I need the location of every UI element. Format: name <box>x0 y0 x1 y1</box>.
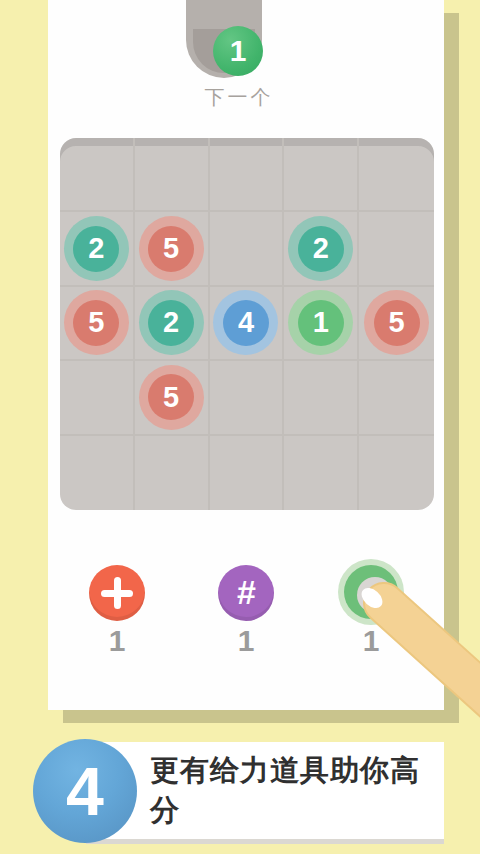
board-cell-tile[interactable]: 4 <box>210 287 285 361</box>
board-cell-empty[interactable] <box>284 361 359 435</box>
board-cell-empty[interactable] <box>135 138 210 212</box>
tile-number: 4 <box>223 300 269 346</box>
board-cell-tile[interactable]: 5 <box>135 361 210 435</box>
board-cell-tile[interactable]: 2 <box>60 212 135 286</box>
board-cell-empty[interactable] <box>359 436 434 510</box>
board-cell-empty[interactable] <box>284 436 359 510</box>
tile-halo: 5 <box>64 290 129 355</box>
tutorial-banner-text: 更有给力道具助你高分 <box>150 751 444 831</box>
tutorial-step-number: 4 <box>66 752 104 830</box>
tile-halo: 2 <box>139 290 204 355</box>
tile-halo: 5 <box>139 216 204 281</box>
next-piece-ball: 1 <box>213 26 263 76</box>
tutorial-step-badge: 4 <box>33 739 137 843</box>
board-cell-empty[interactable] <box>210 212 285 286</box>
board-cell-empty[interactable] <box>60 138 135 212</box>
hash-icon: # <box>237 573 256 614</box>
plus-icon <box>101 577 133 609</box>
powerup-hash-count: 1 <box>206 624 286 658</box>
board-cell-empty[interactable] <box>210 138 285 212</box>
board-cell-tile[interactable]: 2 <box>284 212 359 286</box>
tile-number: 5 <box>148 226 194 272</box>
board-cell-empty[interactable] <box>135 436 210 510</box>
board-cell-tile[interactable]: 5 <box>135 212 210 286</box>
board-cell-tile[interactable]: 1 <box>284 287 359 361</box>
tile-halo: 5 <box>139 365 204 430</box>
tile-number: 2 <box>298 226 344 272</box>
tile-halo: 4 <box>213 290 278 355</box>
tile-halo: 2 <box>288 216 353 281</box>
tile-number: 1 <box>298 300 344 346</box>
board-grid: 252524155 <box>60 138 434 510</box>
board-cell-empty[interactable] <box>60 361 135 435</box>
tile-number: 2 <box>73 226 119 272</box>
board-cell-empty[interactable] <box>210 436 285 510</box>
game-screen: 1 下一个 252524155 1 # 1 1 更有给力道具助你高分 4 <box>0 0 480 854</box>
tile-number: 5 <box>73 300 119 346</box>
powerup-hash-button[interactable]: # <box>218 565 274 621</box>
board-cell-tile[interactable]: 5 <box>60 287 135 361</box>
board-cell-empty[interactable] <box>284 138 359 212</box>
tutorial-banner: 更有给力道具助你高分 <box>86 742 444 839</box>
next-label: 下一个 <box>164 84 314 111</box>
tile-halo: 2 <box>64 216 129 281</box>
board-cell-empty[interactable] <box>359 212 434 286</box>
powerup-plus-button[interactable] <box>89 565 145 621</box>
next-piece-value: 1 <box>230 34 247 68</box>
tile-halo: 1 <box>288 290 353 355</box>
board-cell-empty[interactable] <box>359 138 434 212</box>
board-cell-empty[interactable] <box>60 436 135 510</box>
tile-number: 5 <box>374 300 420 346</box>
powerup-plus-count: 1 <box>77 624 157 658</box>
board-cell-empty[interactable] <box>359 361 434 435</box>
tile-number: 2 <box>148 300 194 346</box>
board-cell-tile[interactable]: 5 <box>359 287 434 361</box>
board-cell-tile[interactable]: 2 <box>135 287 210 361</box>
tile-number: 5 <box>148 374 194 420</box>
board-cell-empty[interactable] <box>210 361 285 435</box>
tile-halo: 5 <box>364 290 429 355</box>
